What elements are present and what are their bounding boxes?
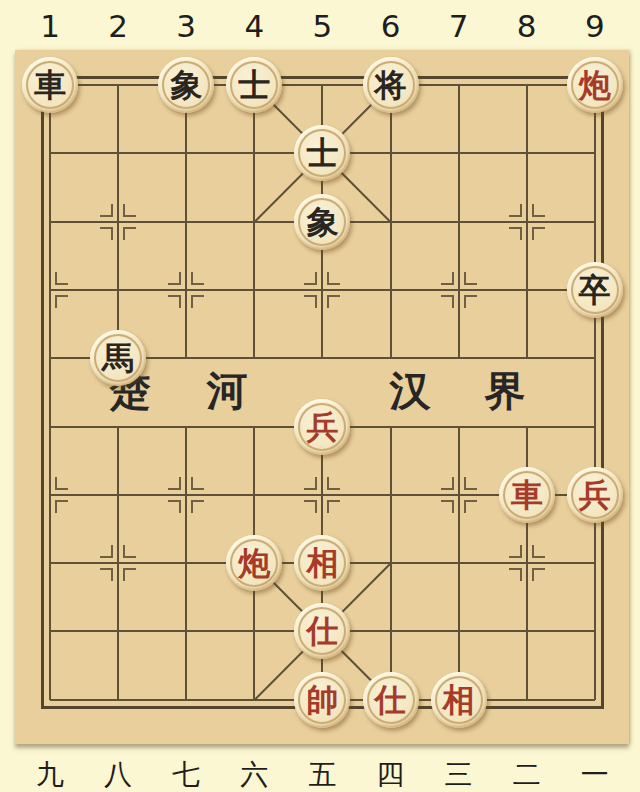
grid-line bbox=[526, 85, 528, 358]
position-marker bbox=[509, 568, 522, 581]
position-marker bbox=[464, 477, 477, 490]
piece-glyph: 象 bbox=[306, 206, 338, 238]
position-marker bbox=[304, 295, 317, 308]
river-text: 汉 bbox=[390, 364, 431, 419]
piece-glyph: 仕 bbox=[375, 684, 407, 716]
file-label-top-8: 8 bbox=[517, 8, 537, 44]
piece-red-elephant[interactable]: 相 bbox=[431, 672, 487, 728]
position-marker bbox=[327, 500, 340, 513]
grid-line bbox=[49, 85, 51, 700]
position-marker bbox=[464, 500, 477, 513]
position-marker bbox=[123, 545, 136, 558]
file-label-bottom-9: 一 bbox=[581, 756, 609, 792]
grid-line bbox=[185, 85, 187, 358]
position-marker bbox=[168, 500, 181, 513]
position-marker bbox=[304, 477, 317, 490]
file-label-bottom-4: 六 bbox=[240, 756, 268, 792]
piece-red-general[interactable]: 帥 bbox=[294, 672, 350, 728]
piece-glyph: 炮 bbox=[238, 547, 270, 579]
file-label-bottom-8: 二 bbox=[513, 756, 541, 792]
piece-glyph: 仕 bbox=[306, 615, 338, 647]
position-marker bbox=[123, 227, 136, 240]
piece-red-soldier[interactable]: 兵 bbox=[294, 399, 350, 455]
position-marker bbox=[441, 500, 454, 513]
position-marker bbox=[100, 545, 113, 558]
position-marker bbox=[168, 272, 181, 285]
piece-black-soldier[interactable]: 卒 bbox=[567, 262, 623, 318]
grid-line bbox=[117, 85, 119, 358]
file-label-top-9: 9 bbox=[585, 8, 605, 44]
piece-red-soldier[interactable]: 兵 bbox=[567, 467, 623, 523]
position-marker bbox=[100, 204, 113, 217]
file-labels-top: 123456789 bbox=[0, 8, 640, 46]
piece-black-general[interactable]: 将 bbox=[363, 57, 419, 113]
position-marker bbox=[168, 477, 181, 490]
piece-red-advisor[interactable]: 仕 bbox=[363, 672, 419, 728]
position-marker bbox=[441, 477, 454, 490]
position-marker bbox=[168, 295, 181, 308]
piece-glyph: 将 bbox=[375, 69, 407, 101]
piece-black-elephant[interactable]: 象 bbox=[158, 57, 214, 113]
piece-glyph: 象 bbox=[170, 69, 202, 101]
position-marker bbox=[441, 295, 454, 308]
piece-glyph: 炮 bbox=[579, 69, 611, 101]
piece-glyph: 帥 bbox=[306, 684, 338, 716]
grid-line bbox=[458, 427, 460, 700]
position-marker bbox=[532, 568, 545, 581]
file-label-bottom-6: 四 bbox=[377, 756, 405, 792]
piece-black-elephant[interactable]: 象 bbox=[294, 194, 350, 250]
piece-red-chariot[interactable]: 車 bbox=[499, 467, 555, 523]
file-label-bottom-1: 九 bbox=[36, 756, 64, 792]
position-marker bbox=[55, 477, 68, 490]
piece-glyph: 馬 bbox=[102, 342, 134, 374]
file-label-bottom-2: 八 bbox=[104, 756, 132, 792]
piece-glyph: 士 bbox=[238, 69, 270, 101]
file-label-top-1: 1 bbox=[40, 8, 60, 44]
piece-black-advisor[interactable]: 士 bbox=[226, 57, 282, 113]
piece-glyph: 兵 bbox=[306, 411, 338, 443]
grid-line bbox=[594, 85, 596, 700]
file-label-top-4: 4 bbox=[244, 8, 264, 44]
piece-red-cannon[interactable]: 炮 bbox=[567, 57, 623, 113]
piece-glyph: 士 bbox=[306, 137, 338, 169]
river-text: 界 bbox=[485, 364, 526, 419]
position-marker bbox=[532, 204, 545, 217]
file-label-top-2: 2 bbox=[108, 8, 128, 44]
xiangqi-board[interactable]: 楚河汉界車象士将炮士象卒馬兵車兵炮相仕帥仕相 bbox=[15, 50, 629, 744]
position-marker bbox=[327, 295, 340, 308]
position-marker bbox=[441, 272, 454, 285]
position-marker bbox=[509, 204, 522, 217]
position-marker bbox=[327, 272, 340, 285]
position-marker bbox=[509, 227, 522, 240]
position-marker bbox=[55, 295, 68, 308]
file-label-top-5: 5 bbox=[313, 8, 333, 44]
position-marker bbox=[304, 272, 317, 285]
position-marker bbox=[464, 272, 477, 285]
file-label-top-7: 7 bbox=[449, 8, 469, 44]
position-marker bbox=[464, 295, 477, 308]
piece-glyph: 兵 bbox=[579, 479, 611, 511]
piece-red-cannon[interactable]: 炮 bbox=[226, 535, 282, 591]
file-label-top-6: 6 bbox=[381, 8, 401, 44]
position-marker bbox=[55, 272, 68, 285]
file-labels-bottom: 九八七六五四三二一 bbox=[0, 756, 640, 792]
position-marker bbox=[191, 272, 204, 285]
position-marker bbox=[123, 204, 136, 217]
grid-line bbox=[458, 85, 460, 358]
position-marker bbox=[100, 568, 113, 581]
piece-glyph: 車 bbox=[34, 69, 66, 101]
position-marker bbox=[191, 295, 204, 308]
piece-black-chariot[interactable]: 車 bbox=[22, 57, 78, 113]
piece-glyph: 車 bbox=[511, 479, 543, 511]
position-marker bbox=[304, 500, 317, 513]
position-marker bbox=[100, 227, 113, 240]
position-marker bbox=[191, 477, 204, 490]
piece-black-horse[interactable]: 馬 bbox=[90, 330, 146, 386]
piece-glyph: 相 bbox=[443, 684, 475, 716]
position-marker bbox=[55, 500, 68, 513]
position-marker bbox=[327, 477, 340, 490]
river-text: 河 bbox=[207, 364, 248, 419]
grid-line bbox=[117, 427, 119, 700]
position-marker bbox=[191, 500, 204, 513]
file-label-bottom-3: 七 bbox=[172, 756, 200, 792]
position-marker bbox=[123, 568, 136, 581]
file-label-bottom-7: 三 bbox=[445, 756, 473, 792]
piece-glyph: 相 bbox=[306, 547, 338, 579]
grid-line bbox=[185, 427, 187, 700]
position-marker bbox=[532, 545, 545, 558]
file-label-top-3: 3 bbox=[176, 8, 196, 44]
piece-glyph: 卒 bbox=[579, 274, 611, 306]
position-marker bbox=[532, 227, 545, 240]
file-label-bottom-5: 五 bbox=[308, 756, 336, 792]
position-marker bbox=[509, 545, 522, 558]
